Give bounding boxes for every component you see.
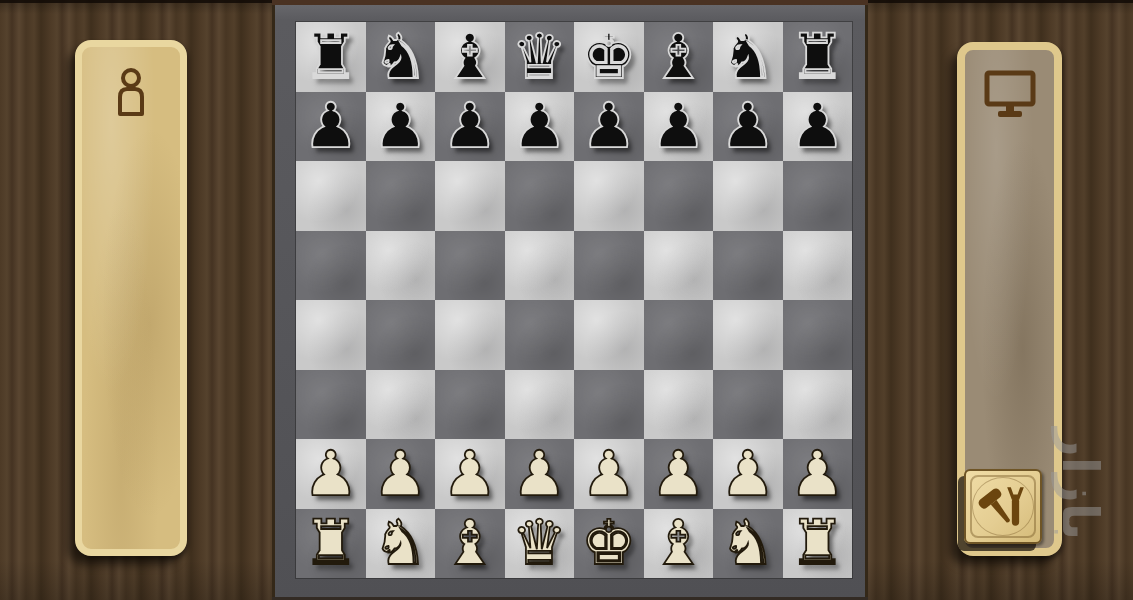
black-knight[interactable]: ♞	[720, 26, 776, 88]
white-pawn[interactable]: ♟	[720, 443, 776, 505]
square-h6[interactable]	[783, 161, 853, 231]
square-f3[interactable]	[644, 370, 714, 440]
square-d5[interactable]	[505, 231, 575, 301]
square-a1[interactable]: ♜	[296, 509, 366, 579]
black-rook[interactable]: ♜	[303, 26, 359, 88]
white-bishop[interactable]: ♝	[650, 512, 706, 574]
square-f4[interactable]	[644, 300, 714, 370]
square-c2[interactable]: ♟	[435, 439, 505, 509]
square-b2[interactable]: ♟	[366, 439, 436, 509]
square-h7[interactable]: ♟	[783, 92, 853, 162]
chess-app: ♜♞♝♛♚♝♞♜♟♟♟♟♟♟♟♟♟♟♟♟♟♟♟♟♜♞♝♛♚♝♞♜ بازار	[0, 0, 1133, 600]
square-a4[interactable]	[296, 300, 366, 370]
black-pawn[interactable]: ♟	[720, 95, 776, 157]
black-pawn[interactable]: ♟	[511, 95, 567, 157]
white-queen[interactable]: ♛	[511, 512, 567, 574]
white-pawn[interactable]: ♟	[581, 443, 637, 505]
square-b5[interactable]	[366, 231, 436, 301]
square-d6[interactable]	[505, 161, 575, 231]
bazaar-watermark: بازار	[1052, 428, 1108, 600]
square-a2[interactable]: ♟	[296, 439, 366, 509]
square-d8[interactable]: ♛	[505, 22, 575, 92]
square-f1[interactable]: ♝	[644, 509, 714, 579]
square-g6[interactable]	[713, 161, 783, 231]
black-bishop[interactable]: ♝	[442, 26, 498, 88]
square-h4[interactable]	[783, 300, 853, 370]
square-f5[interactable]	[644, 231, 714, 301]
white-knight[interactable]: ♞	[372, 512, 428, 574]
square-b4[interactable]	[366, 300, 436, 370]
square-d1[interactable]: ♛	[505, 509, 575, 579]
square-g8[interactable]: ♞	[713, 22, 783, 92]
white-pawn[interactable]: ♟	[789, 443, 845, 505]
white-rook[interactable]: ♜	[789, 512, 845, 574]
square-e1[interactable]: ♚	[574, 509, 644, 579]
white-knight[interactable]: ♞	[720, 512, 776, 574]
square-c1[interactable]: ♝	[435, 509, 505, 579]
square-h2[interactable]: ♟	[783, 439, 853, 509]
square-e7[interactable]: ♟	[574, 92, 644, 162]
square-f7[interactable]: ♟	[644, 92, 714, 162]
square-e4[interactable]	[574, 300, 644, 370]
square-h5[interactable]	[783, 231, 853, 301]
white-pawn[interactable]: ♟	[303, 443, 359, 505]
square-b1[interactable]: ♞	[366, 509, 436, 579]
white-pawn[interactable]: ♟	[372, 443, 428, 505]
square-f8[interactable]: ♝	[644, 22, 714, 92]
black-king[interactable]: ♚	[581, 26, 637, 88]
black-rook[interactable]: ♜	[789, 26, 845, 88]
square-d3[interactable]	[505, 370, 575, 440]
square-g2[interactable]: ♟	[713, 439, 783, 509]
square-g3[interactable]	[713, 370, 783, 440]
square-c7[interactable]: ♟	[435, 92, 505, 162]
person-icon	[114, 67, 148, 117]
black-pawn[interactable]: ♟	[650, 95, 706, 157]
black-pawn[interactable]: ♟	[581, 95, 637, 157]
white-pawn[interactable]: ♟	[442, 443, 498, 505]
square-g7[interactable]: ♟	[713, 92, 783, 162]
white-king[interactable]: ♚	[581, 512, 637, 574]
square-b3[interactable]	[366, 370, 436, 440]
black-queen[interactable]: ♛	[511, 26, 567, 88]
square-g4[interactable]	[713, 300, 783, 370]
square-h1[interactable]: ♜	[783, 509, 853, 579]
player-tray	[75, 40, 187, 556]
white-pawn[interactable]: ♟	[650, 443, 706, 505]
white-rook[interactable]: ♜	[303, 512, 359, 574]
square-f6[interactable]	[644, 161, 714, 231]
square-b8[interactable]: ♞	[366, 22, 436, 92]
square-c3[interactable]	[435, 370, 505, 440]
hammer-wrench-icon	[978, 482, 1028, 532]
square-h8[interactable]: ♜	[783, 22, 853, 92]
white-bishop[interactable]: ♝	[442, 512, 498, 574]
square-g1[interactable]: ♞	[713, 509, 783, 579]
square-h3[interactable]	[783, 370, 853, 440]
square-b6[interactable]	[366, 161, 436, 231]
square-a6[interactable]	[296, 161, 366, 231]
square-c6[interactable]	[435, 161, 505, 231]
square-d7[interactable]: ♟	[505, 92, 575, 162]
black-pawn[interactable]: ♟	[442, 95, 498, 157]
black-bishop[interactable]: ♝	[650, 26, 706, 88]
square-c5[interactable]	[435, 231, 505, 301]
square-a8[interactable]: ♜	[296, 22, 366, 92]
square-d2[interactable]: ♟	[505, 439, 575, 509]
monitor-icon	[984, 70, 1036, 118]
square-a3[interactable]	[296, 370, 366, 440]
square-e2[interactable]: ♟	[574, 439, 644, 509]
black-knight[interactable]: ♞	[372, 26, 428, 88]
square-d4[interactable]	[505, 300, 575, 370]
square-a7[interactable]: ♟	[296, 92, 366, 162]
square-a5[interactable]	[296, 231, 366, 301]
square-f2[interactable]: ♟	[644, 439, 714, 509]
black-pawn[interactable]: ♟	[789, 95, 845, 157]
square-c8[interactable]: ♝	[435, 22, 505, 92]
square-c4[interactable]	[435, 300, 505, 370]
white-pawn[interactable]: ♟	[511, 443, 567, 505]
black-pawn[interactable]: ♟	[303, 95, 359, 157]
board-frame: ♜♞♝♛♚♝♞♜♟♟♟♟♟♟♟♟♟♟♟♟♟♟♟♟♜♞♝♛♚♝♞♜	[272, 0, 868, 600]
square-g5[interactable]	[713, 231, 783, 301]
black-pawn[interactable]: ♟	[372, 95, 428, 157]
square-e8[interactable]: ♚	[574, 22, 644, 92]
board: ♜♞♝♛♚♝♞♜♟♟♟♟♟♟♟♟♟♟♟♟♟♟♟♟♜♞♝♛♚♝♞♜	[296, 22, 852, 578]
square-e6[interactable]	[574, 161, 644, 231]
tools-button[interactable]	[964, 469, 1042, 544]
square-e3[interactable]	[574, 370, 644, 440]
square-e5[interactable]	[574, 231, 644, 301]
square-b7[interactable]: ♟	[366, 92, 436, 162]
